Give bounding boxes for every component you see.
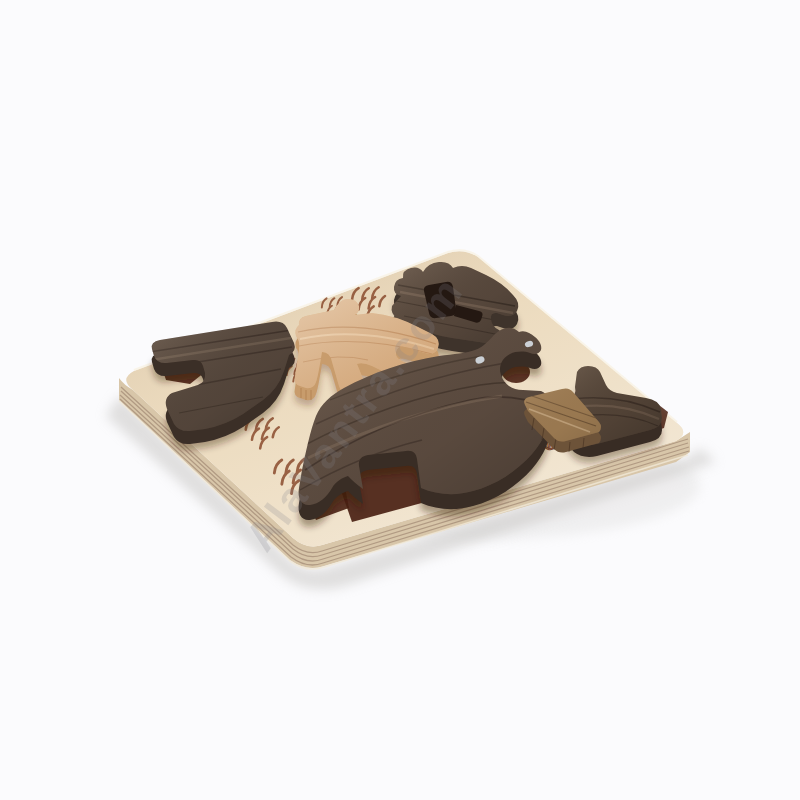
photo-canvas: tato® <box>0 0 800 800</box>
product-photo: tato® <box>0 0 800 800</box>
